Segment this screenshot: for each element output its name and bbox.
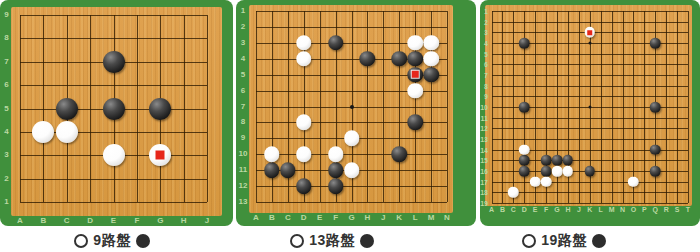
- col-label: H: [181, 217, 187, 225]
- white-stone: [423, 51, 439, 67]
- black-stone: [296, 178, 312, 194]
- black-stone: [103, 51, 125, 73]
- black-stone: [328, 35, 344, 51]
- grid-line: [677, 11, 678, 203]
- grid-line: [666, 11, 667, 203]
- col-label: E: [111, 217, 116, 225]
- col-label: F: [544, 206, 548, 213]
- col-label: B: [40, 217, 46, 225]
- row-label: 6: [0, 81, 13, 89]
- white-stone: [423, 35, 439, 51]
- col-label: J: [381, 214, 385, 222]
- row-label: 2: [480, 18, 488, 25]
- black-stone: [149, 98, 171, 120]
- grid-line: [184, 15, 185, 202]
- grid-line: [207, 15, 208, 202]
- grid-line: [256, 186, 447, 187]
- caption-label: 9路盤: [93, 232, 130, 250]
- go-board-9x9: 9A8B7C6D5E4F3G2H1J: [0, 0, 233, 226]
- row-label: 9: [480, 93, 488, 100]
- go-board-size-comparison: 9A8B7C6D5E4F3G2H1J 1A2B3C4D5E6F7G8H9J10K…: [0, 0, 700, 252]
- last-move-marker: [156, 151, 165, 160]
- row-label: 13: [480, 136, 488, 143]
- star-point: [588, 42, 591, 45]
- white-stone: [296, 51, 312, 67]
- grid-line: [137, 15, 138, 202]
- col-label: K: [587, 206, 592, 213]
- row-label: 11: [236, 166, 250, 174]
- black-stone: [407, 51, 423, 67]
- row-label: 18: [480, 189, 488, 196]
- col-label: L: [413, 214, 418, 222]
- black-stone: [423, 67, 439, 83]
- col-label: G: [554, 206, 559, 213]
- grid-line: [447, 11, 448, 202]
- col-label: D: [522, 206, 527, 213]
- white-stone: [328, 147, 344, 163]
- row-label: 7: [236, 103, 250, 111]
- grid-line: [601, 11, 602, 203]
- black-stone: [519, 166, 530, 177]
- black-stone: [280, 162, 296, 178]
- black-stone-icon: [592, 234, 606, 248]
- row-label: 4: [0, 128, 13, 136]
- black-stone: [650, 166, 661, 177]
- row-label: 9: [236, 134, 250, 142]
- black-stone-icon: [360, 234, 374, 248]
- white-stone: [628, 176, 639, 187]
- grid-line: [492, 192, 689, 193]
- white-stone-icon: [74, 234, 88, 248]
- white-stone: [407, 83, 423, 99]
- row-label: 3: [236, 39, 250, 47]
- row-label: 1: [0, 198, 13, 206]
- col-label: N: [620, 206, 625, 213]
- col-label: N: [444, 214, 450, 222]
- white-stone: [541, 176, 552, 187]
- white-stone: [296, 147, 312, 163]
- row-label: 6: [480, 61, 488, 68]
- grid-line: [492, 118, 689, 119]
- col-label: D: [301, 214, 307, 222]
- col-label: S: [675, 206, 680, 213]
- star-point: [588, 106, 591, 109]
- white-stone-icon: [290, 234, 304, 248]
- black-stone: [360, 51, 376, 67]
- white-stone: [149, 144, 171, 166]
- row-label: 7: [0, 58, 13, 66]
- black-stone-icon: [136, 234, 150, 248]
- col-label: O: [631, 206, 636, 213]
- white-stone: [296, 35, 312, 51]
- black-stone: [103, 98, 125, 120]
- board-grid: [20, 15, 207, 202]
- black-stone: [392, 51, 408, 67]
- col-label: Q: [653, 206, 658, 213]
- black-stone: [541, 155, 552, 166]
- grid-line: [612, 11, 613, 203]
- caption-19x19: 19路盤: [489, 229, 639, 252]
- row-label: 4: [236, 55, 250, 63]
- col-label: M: [609, 206, 615, 213]
- row-label: 2: [236, 23, 250, 31]
- row-label: 2: [0, 175, 13, 183]
- go-board-19x19: 1A2B3C4D5E6F7G8H9J10K11L12M13N14O15P16Q1…: [480, 0, 700, 226]
- last-move-marker: [412, 71, 419, 78]
- black-stone: [519, 38, 530, 49]
- row-label: 1: [236, 7, 250, 15]
- row-label: 1: [480, 8, 488, 15]
- go-board-13x13: 1A2B3C4D5E6F7G8H9J10K11L12M13N: [236, 0, 476, 226]
- black-stone: [650, 38, 661, 49]
- grid-line: [20, 202, 207, 203]
- col-label: P: [642, 206, 647, 213]
- last-move-marker: [587, 30, 592, 35]
- grid-line: [492, 182, 689, 183]
- col-label: A: [17, 217, 23, 225]
- col-label: L: [599, 206, 603, 213]
- row-label: 3: [480, 29, 488, 36]
- col-label: C: [64, 217, 70, 225]
- star-point: [350, 105, 354, 109]
- col-label: G: [157, 217, 163, 225]
- col-label: K: [396, 214, 402, 222]
- grid-line: [492, 203, 689, 204]
- grid-line: [367, 11, 368, 202]
- grid-line: [623, 11, 624, 203]
- row-label: 13: [236, 198, 250, 206]
- col-label: F: [134, 217, 139, 225]
- col-label: J: [205, 217, 209, 225]
- row-label: 15: [480, 157, 488, 164]
- black-stone: [392, 147, 408, 163]
- white-stone-icon: [522, 234, 536, 248]
- white-stone: [563, 166, 574, 177]
- black-stone: [328, 178, 344, 194]
- board-grid: [492, 11, 689, 203]
- white-stone: [530, 176, 541, 187]
- col-label: C: [285, 214, 291, 222]
- col-label: G: [348, 214, 354, 222]
- col-label: C: [511, 206, 516, 213]
- white-stone: [344, 131, 360, 147]
- row-label: 12: [480, 125, 488, 132]
- black-stone: [541, 166, 552, 177]
- col-label: F: [333, 214, 338, 222]
- col-label: B: [269, 214, 275, 222]
- row-label: 10: [480, 104, 488, 111]
- black-stone: [585, 166, 596, 177]
- black-stone: [650, 102, 661, 113]
- grid-line: [256, 202, 447, 203]
- white-stone: [407, 35, 423, 51]
- black-stone: [407, 67, 423, 83]
- white-stone: [32, 121, 54, 143]
- white-stone: [344, 162, 360, 178]
- white-stone: [296, 115, 312, 131]
- black-stone: [407, 115, 423, 131]
- white-stone: [103, 144, 125, 166]
- black-stone: [264, 162, 280, 178]
- white-stone: [508, 187, 519, 198]
- col-label: H: [365, 214, 371, 222]
- grid-line: [633, 11, 634, 203]
- col-label: M: [428, 214, 435, 222]
- row-label: 16: [480, 168, 488, 175]
- board-grid: [256, 11, 447, 202]
- row-label: 5: [0, 105, 13, 113]
- row-label: 4: [480, 40, 488, 47]
- row-label: 14: [480, 146, 488, 153]
- row-label: 5: [236, 71, 250, 79]
- grid-line: [688, 11, 689, 203]
- caption-label: 13路盤: [309, 232, 355, 250]
- row-label: 19: [480, 200, 488, 207]
- col-label: E: [533, 206, 538, 213]
- grid-line: [256, 154, 447, 155]
- row-label: 7: [480, 72, 488, 79]
- row-label: 8: [0, 34, 13, 42]
- row-label: 5: [480, 50, 488, 57]
- col-label: A: [253, 214, 259, 222]
- black-stone: [650, 144, 661, 155]
- caption-9x9: 9路盤: [37, 229, 187, 252]
- row-label: 9: [0, 11, 13, 19]
- black-stone: [552, 155, 563, 166]
- white-stone: [56, 121, 78, 143]
- black-stone: [519, 102, 530, 113]
- col-label: R: [664, 206, 669, 213]
- white-stone: [552, 166, 563, 177]
- black-stone: [563, 155, 574, 166]
- row-label: 12: [236, 182, 250, 190]
- grid-line: [20, 179, 207, 180]
- black-stone: [56, 98, 78, 120]
- black-stone: [519, 155, 530, 166]
- white-stone: [519, 144, 530, 155]
- col-label: B: [500, 206, 505, 213]
- grid-line: [399, 11, 400, 202]
- white-stone: [264, 147, 280, 163]
- row-label: 8: [480, 82, 488, 89]
- col-label: E: [317, 214, 322, 222]
- row-label: 8: [236, 118, 250, 126]
- row-label: 11: [480, 114, 488, 121]
- row-label: 17: [480, 178, 488, 185]
- grid-line: [492, 139, 689, 140]
- col-label: H: [565, 206, 570, 213]
- row-label: 10: [236, 150, 250, 158]
- col-label: T: [686, 206, 690, 213]
- row-label: 3: [0, 151, 13, 159]
- grid-line: [644, 11, 645, 203]
- col-label: A: [489, 206, 494, 213]
- row-label: 6: [236, 87, 250, 95]
- col-label: D: [87, 217, 93, 225]
- grid-line: [492, 128, 689, 129]
- caption-13x13: 13路盤: [257, 229, 407, 252]
- black-stone: [328, 162, 344, 178]
- white-stone: [585, 27, 596, 38]
- caption-label: 19路盤: [541, 232, 587, 250]
- grid-line: [383, 11, 384, 202]
- col-label: J: [577, 206, 581, 213]
